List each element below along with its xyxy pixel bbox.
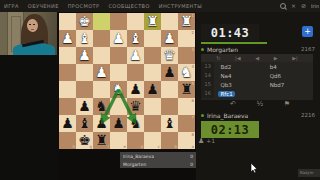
file-coordinate: d — [140, 144, 143, 149]
square-h8[interactable]: h — [59, 132, 76, 149]
square-b6[interactable] — [161, 98, 178, 115]
file-coordinate: b — [174, 144, 177, 149]
clock-player-active: 02:13 — [201, 121, 259, 138]
streamer-mouth — [31, 29, 34, 30]
chess-board[interactable]: ♚♜♜1♟♝♟♝♟2♟♟♛3♟♟♞4♞♟♟♜5♟♞♛6♟♝♟♟♞♝7h♚g♜fe… — [59, 13, 195, 149]
add-time-button[interactable]: + — [302, 26, 313, 37]
score-player-name: Irina_Baraeva — [123, 154, 154, 159]
black-knight-d7: ♞ — [127, 115, 144, 132]
next-move-icon[interactable]: ▶ — [274, 55, 278, 61]
black-pawn-d5: ♟ — [127, 81, 144, 98]
square-e7[interactable]: ♟ — [110, 115, 127, 132]
square-e6[interactable] — [110, 98, 127, 115]
square-b5[interactable] — [161, 81, 178, 98]
move-white[interactable]: Rfc1 — [218, 91, 234, 97]
square-a6[interactable]: 6 — [178, 98, 195, 115]
square-g4[interactable] — [76, 64, 93, 81]
square-b7[interactable]: ♝ — [161, 115, 178, 132]
first-move-icon[interactable]: |◀ — [235, 55, 241, 61]
close-icon[interactable]: × — [291, 0, 296, 12]
square-f7[interactable]: ♟ — [93, 115, 110, 132]
square-a1[interactable]: ♜1 — [178, 13, 195, 30]
square-d6[interactable]: ♛ — [127, 98, 144, 115]
square-f3[interactable] — [93, 47, 110, 64]
white-pawn-h2: ♟ — [59, 30, 76, 47]
menu-item-игра[interactable]: ИГРА — [4, 3, 19, 9]
square-a4[interactable]: ♞4 — [178, 64, 195, 81]
move-nav-bar: ↻|◀◀▶▶| — [201, 54, 313, 62]
file-coordinate: f — [108, 144, 109, 149]
black-bishop-b7: ♝ — [161, 115, 178, 132]
move-number: 15 — [201, 80, 214, 89]
square-h3[interactable] — [59, 47, 76, 64]
square-g8[interactable]: ♚g — [76, 132, 93, 149]
square-c7[interactable] — [144, 115, 161, 132]
score-value: 0 — [190, 154, 193, 159]
clock-opponent: 01:43 — [201, 24, 259, 41]
white-bishop-g2: ♝ — [76, 30, 93, 47]
square-c3[interactable] — [144, 47, 161, 64]
webcam-video — [0, 12, 57, 55]
black-pawn-b4: ♟ — [161, 64, 178, 81]
square-h5[interactable] — [59, 81, 76, 98]
takeback-icon[interactable]: ↶ — [230, 100, 236, 108]
square-g2[interactable]: ♝ — [76, 30, 93, 47]
square-f8[interactable]: ♜f — [93, 132, 110, 149]
square-c8[interactable]: c — [144, 132, 161, 149]
square-d8[interactable]: d — [127, 132, 144, 149]
streamer-eye-left — [29, 24, 31, 25]
rank-coordinate: 5 — [191, 81, 194, 86]
move-black[interactable]: Nbd7 — [268, 82, 287, 88]
top-menubar: ИГРАОБУЧЕНИЕПРОСМОТРСООБЩЕСТВОИНСТРУМЕНТ… — [0, 0, 320, 12]
square-g3[interactable]: ♟ — [76, 47, 93, 64]
file-coordinate: g — [89, 144, 92, 149]
square-d7[interactable]: ♞ — [127, 115, 144, 132]
move-list-panel: ↻|◀◀▶▶| 13Bd2b414Na4Qd615Qb3Nbd716Rfc1 — [201, 54, 313, 100]
black-pawn-h7: ♟ — [59, 115, 76, 132]
white-king-g1: ♚ — [76, 13, 93, 30]
square-g5[interactable] — [76, 81, 93, 98]
square-e3[interactable] — [110, 47, 127, 64]
rank-coordinate: 1 — [191, 13, 194, 18]
square-g7[interactable]: ♝ — [76, 115, 93, 132]
square-d2[interactable]: ♝ — [127, 30, 144, 47]
square-c1[interactable]: ♜ — [144, 13, 161, 30]
square-e1[interactable] — [110, 13, 127, 30]
move-number: 13 — [201, 62, 214, 71]
square-e5[interactable]: ♞ — [110, 81, 127, 98]
square-h7[interactable]: ♟ — [59, 115, 76, 132]
square-a3[interactable]: 3 — [178, 47, 195, 64]
stream-score-overlay: Irina_Baraeva0Morgarten0 — [120, 152, 196, 168]
black-pawn-f7: ♟ — [93, 115, 110, 132]
player-rating-top: 2167 — [301, 46, 317, 52]
square-d3[interactable]: ♟ — [127, 47, 144, 64]
online-dot — [201, 114, 204, 117]
square-f4[interactable]: ♟ — [93, 64, 110, 81]
rank-coordinate: 7 — [191, 115, 194, 120]
square-f6[interactable]: ♞ — [93, 98, 110, 115]
white-pawn-b2: ♟ — [161, 30, 178, 47]
square-f1[interactable] — [93, 13, 110, 30]
left-dark-panel: ··· · ··· — [0, 55, 58, 180]
player-name-bottom[interactable]: Irina_Baraeva — [207, 112, 248, 119]
square-d5[interactable]: ♟ — [127, 81, 144, 98]
last-move-icon[interactable]: ▶| — [292, 55, 298, 61]
square-h6[interactable] — [59, 98, 76, 115]
white-bishop-d2: ♝ — [127, 30, 144, 47]
move-black[interactable]: b4 — [268, 64, 279, 70]
square-h1[interactable] — [59, 13, 76, 30]
square-g1[interactable]: ♚ — [76, 13, 93, 30]
search-icon[interactable] — [280, 3, 286, 9]
game-action-buttons: ↶½⚑ — [230, 100, 290, 108]
score-row: Morgarten0 — [120, 160, 196, 168]
square-h4[interactable] — [59, 64, 76, 81]
white-pawn-e2: ♟ — [110, 30, 127, 47]
square-d4[interactable] — [127, 64, 144, 81]
score-value: 0 — [190, 162, 193, 167]
black-pawn-c5: ♟ — [144, 81, 161, 98]
square-c5[interactable]: ♟ — [144, 81, 161, 98]
square-b1[interactable] — [161, 13, 178, 30]
pawn-icon: ♟ — [198, 137, 204, 145]
move-white[interactable]: Qb3 — [218, 82, 233, 88]
white-pawn-d3: ♟ — [127, 47, 144, 64]
move-black[interactable]: Qd6 — [268, 73, 283, 79]
square-a8[interactable]: a8 — [178, 132, 195, 149]
square-d1[interactable] — [127, 13, 144, 30]
menu-item-просмотр[interactable]: ПРОСМОТР — [68, 3, 100, 9]
move-white[interactable]: Na4 — [218, 73, 233, 79]
square-a5[interactable]: ♜5 — [178, 81, 195, 98]
game-side-panel: 01:43 + Morgarten 2167 ↻|◀◀▶▶| 13Bd2b414… — [196, 12, 320, 180]
time-progress-bar — [201, 42, 267, 44]
black-queen-d6: ♛ — [127, 98, 144, 115]
move-white[interactable]: Bd2 — [218, 64, 233, 70]
online-dot — [201, 48, 204, 51]
mouse-cursor — [250, 163, 258, 174]
challenges-off-icon[interactable]: ⊘ — [301, 0, 306, 12]
file-coordinate: h — [72, 144, 75, 149]
square-h2[interactable]: ♟ — [59, 30, 76, 47]
player-row-top: Morgarten 2167 — [201, 45, 317, 53]
draw-offer-icon[interactable]: ½ — [256, 100, 263, 108]
black-pawn-g6: ♟ — [76, 98, 93, 115]
white-queen-b3: ♛ — [161, 47, 178, 64]
white-pawn-f4: ♟ — [93, 64, 110, 81]
material-advantage: ♟ +1 — [198, 137, 215, 145]
square-b3[interactable]: ♛ — [161, 47, 178, 64]
player-rating-bottom: 2216 — [301, 112, 317, 118]
player-row-bottom: Irina_Baraeva 2216 — [201, 111, 317, 119]
file-coordinate: a — [192, 144, 194, 149]
file-coordinate: e — [124, 144, 126, 149]
square-c2[interactable] — [144, 30, 161, 47]
white-rook-c1: ♜ — [144, 13, 161, 30]
score-player-name: Morgarten — [123, 162, 146, 167]
main-menu: ИГРАОБУЧЕНИЕПРОСМОТРСООБЩЕСТВОИНСТРУМЕНТ… — [0, 3, 202, 9]
prev-move-icon[interactable]: ◀ — [255, 55, 259, 61]
square-a2[interactable]: 2 — [178, 30, 195, 47]
menu-item-сообщество[interactable]: СООБЩЕСТВО — [108, 3, 149, 9]
square-a7[interactable]: 7 — [178, 115, 195, 132]
score-row: Irina_Baraeva0 — [120, 152, 196, 160]
square-b4[interactable]: ♟ — [161, 64, 178, 81]
menu-item-инструменты[interactable]: ИНСТРУМЕНТЫ — [159, 3, 202, 9]
square-g6[interactable]: ♟ — [76, 98, 93, 115]
rank-coordinate: 4 — [191, 64, 194, 69]
bottom-right-label: Kazym — [298, 169, 320, 177]
menu-item-обучение[interactable]: ОБУЧЕНИЕ — [28, 3, 59, 9]
square-e4[interactable] — [110, 64, 127, 81]
username-label[interactable]: Irin — [311, 3, 319, 9]
square-f2[interactable] — [93, 30, 110, 47]
streamer-eye-right — [33, 24, 35, 25]
square-e2[interactable]: ♟ — [110, 30, 127, 47]
move-row: 16Rfc1 — [201, 89, 313, 98]
rank-coordinate: 8 — [191, 132, 194, 137]
square-f5[interactable] — [93, 81, 110, 98]
move-row: 15Qb3Nbd7 — [201, 80, 313, 89]
square-e8[interactable]: e — [110, 132, 127, 149]
player-name-top[interactable]: Morgarten — [207, 46, 238, 53]
white-knight-e5: ♞ — [110, 81, 127, 98]
replay-icon[interactable]: ↻ — [216, 55, 220, 61]
topbar-icons: × ⊘ Irin — [280, 0, 319, 12]
black-bishop-g7: ♝ — [76, 115, 93, 132]
square-b2[interactable]: ♟ — [161, 30, 178, 47]
move-row: 13Bd2b4 — [201, 62, 313, 71]
square-b8[interactable]: b — [161, 132, 178, 149]
file-coordinate: c — [158, 144, 160, 149]
resign-flag-icon[interactable]: ⚑ — [284, 100, 290, 108]
rank-coordinate: 3 — [191, 47, 194, 52]
move-number: 16 — [201, 89, 214, 98]
white-pawn-g3: ♟ — [76, 47, 93, 64]
move-number: 14 — [201, 71, 214, 80]
move-row: 14Na4Qd6 — [201, 71, 313, 80]
black-pawn-e7: ♟ — [110, 115, 127, 132]
square-c6[interactable] — [144, 98, 161, 115]
rank-coordinate: 2 — [191, 30, 194, 35]
black-knight-f6: ♞ — [93, 98, 110, 115]
rank-coordinate: 6 — [191, 98, 194, 103]
square-c4[interactable] — [144, 64, 161, 81]
